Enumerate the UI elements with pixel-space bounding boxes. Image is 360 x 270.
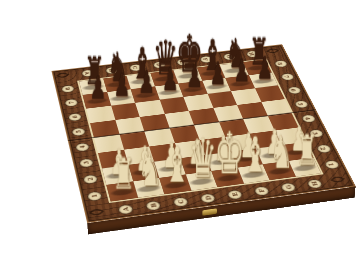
- coordinate-medallion: 4: [74, 142, 90, 152]
- coordinate-medallion: A: [116, 204, 133, 215]
- black-pawn: ♟: [162, 64, 179, 96]
- coordinate-medallion: F: [252, 185, 270, 196]
- coordinate-medallion: 1: [86, 190, 103, 201]
- square-e6: [183, 94, 212, 111]
- white-queen: ♛: [189, 133, 217, 186]
- square-b1: ♞: [133, 178, 165, 198]
- square-b5: [115, 117, 144, 135]
- coordinate-medallion: 6: [67, 112, 83, 121]
- coordinate-medallion: 3: [78, 158, 94, 168]
- coordinate-medallion: 7: [63, 98, 78, 107]
- coordinate-medallion: B: [144, 200, 162, 211]
- coordinate-medallion: 7: [279, 72, 295, 81]
- white-rook: ♜: [296, 130, 318, 172]
- white-bishop: ♝: [243, 131, 269, 179]
- coordinate-medallion: H: [305, 178, 323, 189]
- coordinate-medallion: 1: [322, 159, 340, 169]
- filigree-ornament-icon: [52, 68, 78, 83]
- square-c1: ♝: [159, 174, 191, 194]
- white-bishop: ♝: [164, 141, 190, 190]
- coordinate-medallion: C: [171, 196, 189, 207]
- black-pawn: ♟: [257, 53, 274, 84]
- black-pawn: ♟: [89, 72, 106, 104]
- chess-board: ABCDEFGH ABCDEFGH 87654321 87654321 ♜♞♝♛…: [52, 44, 356, 223]
- square-a7: ♟: [83, 92, 111, 109]
- white-knight: ♞: [269, 130, 293, 175]
- coordinate-medallion: 8: [60, 84, 75, 93]
- white-knight: ♞: [138, 147, 162, 193]
- coordinate-medallion: G: [279, 182, 297, 193]
- square-c6: [135, 100, 164, 117]
- coordinate-medallion: E: [225, 189, 243, 200]
- square-g7: ♟: [225, 75, 254, 91]
- product-photo: ABCDEFGH ABCDEFGH 87654321 87654321 ♜♞♝♛…: [0, 0, 360, 270]
- white-rook: ♜: [112, 153, 135, 196]
- brass-clasp-icon: [202, 208, 217, 215]
- square-d1: ♛: [185, 171, 217, 191]
- black-pawn: ♟: [186, 61, 203, 93]
- black-pawn: ♟: [138, 67, 155, 99]
- black-pawn: ♟: [233, 56, 250, 87]
- coordinate-medallion: 5: [293, 99, 310, 108]
- white-king: ♚: [214, 125, 245, 183]
- square-a6: [86, 106, 115, 123]
- black-pawn: ♟: [114, 70, 131, 102]
- square-e7: ♟: [178, 81, 207, 97]
- coordinate-medallion: 8: [273, 59, 289, 67]
- black-pawn: ♟: [210, 58, 227, 90]
- coordinate-medallion: D: [198, 193, 216, 204]
- coordinate-medallion: 5: [70, 127, 86, 137]
- square-a1: ♜: [106, 181, 137, 201]
- coordinate-medallion: 2: [82, 174, 99, 185]
- coordinate-medallion: 6: [286, 86, 302, 95]
